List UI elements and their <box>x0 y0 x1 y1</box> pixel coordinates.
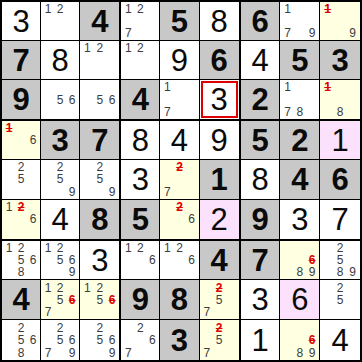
digit-given: 7 <box>91 125 108 156</box>
cell-r7c6[interactable]: 4 <box>200 241 239 281</box>
cell-r4c1[interactable]: 16 <box>2 121 41 160</box>
pencil-marks: 259 <box>81 161 118 197</box>
candidate-2: 2 <box>54 3 66 15</box>
cell-r6c3[interactable]: 8 <box>80 200 119 239</box>
pencil-marks: 12568 <box>3 242 39 279</box>
sudoku-board: 3124781295656127581296417361791945321781… <box>0 0 362 362</box>
candidate-5: 5 <box>54 254 66 266</box>
candidate-1: 1 <box>81 281 93 293</box>
candidate-8: 8 <box>334 106 347 118</box>
candidate-9: 9 <box>346 27 359 39</box>
cell-r3c4[interactable]: 4 <box>121 80 160 119</box>
pencil-marks: 25 <box>3 161 39 197</box>
eliminated-candidate-2: 2 <box>173 201 185 213</box>
candidate-7: 7 <box>201 306 213 318</box>
cell-r1c5[interactable]: 5 <box>160 2 199 41</box>
pencil-marks: 257 <box>201 321 238 359</box>
eliminated-candidate-6: 6 <box>106 294 118 306</box>
digit-solved: 1 <box>251 325 268 356</box>
cell-r2c6[interactable]: 6 <box>200 41 239 80</box>
digit-solved: 8 <box>52 45 69 76</box>
pencil-marks: 12 <box>81 42 118 78</box>
pencil-marks: 27 <box>161 161 197 197</box>
cell-r9c5[interactable]: 3 <box>160 320 199 360</box>
cell-r3c5[interactable]: 17 <box>160 80 199 119</box>
digit-solved: 4 <box>251 45 268 76</box>
cell-r8c4[interactable]: 9 <box>121 280 160 320</box>
cell-r1c2[interactable]: 12 <box>41 2 80 41</box>
candidate-6: 6 <box>146 254 158 266</box>
cell-r5c5[interactable]: 27 <box>160 160 199 199</box>
pencil-marks: 12 <box>42 3 78 39</box>
cell-r7c8[interactable]: 689 <box>280 241 320 281</box>
box-8: 1261264982572673257 <box>121 241 240 360</box>
cell-r7c9[interactable]: 2589 <box>320 241 360 281</box>
digit-solved: 3 <box>12 6 29 37</box>
candidate-6: 6 <box>27 334 39 347</box>
pencil-marks: 12569 <box>42 242 78 279</box>
candidate-5: 5 <box>213 294 225 306</box>
candidate-1: 1 <box>161 242 173 254</box>
pencil-marks: 12567 <box>42 281 78 318</box>
pencil-marks: 126 <box>3 201 39 238</box>
cell-r8c9[interactable]: 25 <box>320 280 360 320</box>
cell-r4c2[interactable]: 3 <box>41 121 80 160</box>
cell-r1c4[interactable]: 127 <box>121 2 160 41</box>
candidate-6: 6 <box>106 94 118 106</box>
candidate-2: 2 <box>173 242 185 254</box>
digit-solved: 3 <box>91 245 108 276</box>
digit-given: 5 <box>132 204 149 235</box>
cell-r5c4[interactable]: 3 <box>121 160 160 199</box>
candidate-6: 6 <box>27 134 39 146</box>
eliminated-candidate-2: 2 <box>15 201 27 213</box>
cell-r7c1[interactable]: 12568 <box>2 241 41 281</box>
digit-given: 8 <box>91 204 108 235</box>
cell-r2c4[interactable]: 12 <box>121 41 160 80</box>
candidate-7: 7 <box>42 346 54 359</box>
cell-r9c1[interactable]: 2568 <box>2 320 41 360</box>
pencil-marks: 16 <box>3 122 39 158</box>
digit-given: 9 <box>132 284 149 315</box>
cell-r1c9[interactable]: 19 <box>320 2 360 41</box>
candidate-6: 6 <box>27 213 39 225</box>
pencil-marks: 17 <box>161 81 197 118</box>
pencil-marks: 2568 <box>3 321 39 359</box>
pencil-marks: 56 <box>42 81 78 118</box>
digit-solved: 9 <box>171 45 188 76</box>
candidate-9: 9 <box>66 266 78 278</box>
candidate-9: 9 <box>306 27 318 39</box>
cell-r7c3[interactable]: 3 <box>80 241 119 281</box>
candidate-1: 1 <box>3 242 15 254</box>
box-9: 76892589362516894 <box>241 241 360 360</box>
candidate-1: 1 <box>122 42 134 54</box>
candidate-6: 6 <box>146 334 158 347</box>
digit-given: 4 <box>91 6 108 37</box>
cell-r2c2[interactable]: 8 <box>41 41 80 80</box>
pencil-marks: 127 <box>122 3 158 39</box>
cell-r5c2[interactable]: 259 <box>41 160 80 199</box>
eliminated-candidate-2: 2 <box>173 161 185 173</box>
candidate-5: 5 <box>54 294 66 306</box>
digit-given: 5 <box>251 125 268 156</box>
candidate-2: 2 <box>134 3 146 15</box>
candidate-8: 8 <box>334 266 347 278</box>
candidate-5: 5 <box>54 94 66 106</box>
candidate-8: 8 <box>15 266 27 278</box>
candidate-2: 2 <box>134 242 146 254</box>
pencil-marks: 689 <box>281 321 318 359</box>
digit-given: 3 <box>331 45 348 76</box>
cell-r8c8[interactable]: 6 <box>280 280 320 320</box>
cell-r8c7[interactable]: 3 <box>241 280 281 320</box>
candidate-7: 7 <box>161 186 173 198</box>
digit-solved: 3 <box>291 204 308 235</box>
candidate-2: 2 <box>94 42 106 54</box>
digit-given: 1 <box>210 164 227 195</box>
digit-given: 3 <box>52 125 69 156</box>
candidate-5: 5 <box>334 294 347 306</box>
digit-solved: 1 <box>331 125 348 156</box>
cell-r3c2[interactable]: 56 <box>41 80 80 119</box>
candidate-2: 2 <box>15 321 27 334</box>
candidate-6: 6 <box>106 334 118 347</box>
cell-r3c3[interactable]: 56 <box>80 80 119 119</box>
candidate-1: 1 <box>281 81 293 93</box>
pencil-marks: 178 <box>281 81 318 118</box>
eliminated-candidate-6: 6 <box>306 334 318 347</box>
cell-r9c3[interactable]: 2569 <box>80 320 119 360</box>
candidate-2: 2 <box>334 281 347 293</box>
candidate-1: 1 <box>42 242 54 254</box>
cell-r9c2[interactable]: 25679 <box>41 320 80 360</box>
cell-r8c1[interactable]: 4 <box>2 280 41 320</box>
cell-r7c2[interactable]: 12569 <box>41 241 80 281</box>
candidate-8: 8 <box>294 266 306 278</box>
candidate-7: 7 <box>201 346 213 359</box>
cell-r6c1[interactable]: 126 <box>2 200 41 239</box>
eliminated-candidate-6: 6 <box>66 294 78 306</box>
cell-r5c9[interactable]: 6 <box>320 160 360 199</box>
candidate-5: 5 <box>94 294 106 306</box>
candidate-8: 8 <box>15 346 27 359</box>
candidate-9: 9 <box>66 346 78 359</box>
digit-solved: 8 <box>251 164 268 195</box>
pencil-marks: 18 <box>321 81 359 118</box>
cell-r8c2[interactable]: 12567 <box>41 280 80 320</box>
candidate-1: 1 <box>122 242 134 254</box>
cell-r1c3[interactable]: 4 <box>80 2 119 41</box>
pencil-marks: 26 <box>161 201 197 238</box>
digit-given: 9 <box>251 204 268 235</box>
pencil-marks: 19 <box>321 3 359 39</box>
cell-r2c9[interactable]: 3 <box>320 41 360 80</box>
digit-given: 4 <box>132 84 149 115</box>
cell-r7c4[interactable]: 126 <box>121 241 160 281</box>
digit-solved: 6 <box>291 284 308 315</box>
cell-r1c7[interactable]: 6 <box>241 2 281 41</box>
candidate-5: 5 <box>54 334 66 347</box>
digit-given: 2 <box>251 84 268 115</box>
digit-solved: 9 <box>210 125 227 156</box>
candidate-2: 2 <box>134 42 146 54</box>
pencil-marks: 1256 <box>81 281 118 318</box>
candidate-1: 1 <box>42 3 54 15</box>
candidate-6: 6 <box>186 213 198 225</box>
eliminated-candidate-1: 1 <box>321 3 334 15</box>
candidate-2: 2 <box>54 321 66 334</box>
candidate-7: 7 <box>161 106 173 118</box>
cell-r1c6[interactable]: 8 <box>200 2 239 41</box>
cell-r5c6[interactable]: 1 <box>200 160 239 199</box>
pencil-marks: 259 <box>42 161 78 197</box>
cell-r8c3[interactable]: 1256 <box>80 280 119 320</box>
candidate-5: 5 <box>213 334 225 347</box>
cell-r8c6[interactable]: 257 <box>200 280 239 320</box>
pencil-marks: 2589 <box>321 242 359 279</box>
eliminated-candidate-2: 2 <box>213 281 225 293</box>
pencil-marks: 25 <box>321 281 359 318</box>
candidate-5: 5 <box>54 173 66 185</box>
cell-r5c3[interactable]: 259 <box>80 160 119 199</box>
candidate-2: 2 <box>134 321 146 334</box>
box-6: 521846937 <box>241 121 360 240</box>
candidate-5: 5 <box>94 94 106 106</box>
candidate-1: 1 <box>161 81 173 93</box>
digit-given: 6 <box>251 6 268 37</box>
candidate-8: 8 <box>294 106 306 118</box>
box-2: 1275812964173 <box>121 2 240 121</box>
candidate-5: 5 <box>94 334 106 347</box>
cell-r2c3[interactable]: 12 <box>80 41 119 80</box>
candidate-5: 5 <box>15 173 27 185</box>
digit-solved: 4 <box>52 204 69 235</box>
digit-given: 6 <box>210 45 227 76</box>
box-3: 617919453217818 <box>241 2 360 121</box>
digit-solved: 8 <box>210 6 227 37</box>
eliminated-candidate-1: 1 <box>321 81 334 93</box>
cell-r4c3[interactable]: 7 <box>80 121 119 160</box>
candidate-5: 5 <box>15 334 27 347</box>
cell-r5c1[interactable]: 25 <box>2 160 41 199</box>
candidate-2: 2 <box>94 321 106 334</box>
box-7: 1256812569341256712562568256792569 <box>2 241 121 360</box>
digit-solved: 2 <box>210 204 227 235</box>
cell-r5c7[interactable]: 8 <box>241 160 281 199</box>
cell-r3c6[interactable]: 3 <box>200 80 239 119</box>
digit-given: 5 <box>291 45 308 76</box>
candidate-9: 9 <box>106 186 118 198</box>
cell-r6c9[interactable]: 7 <box>320 200 360 239</box>
cell-r2c1[interactable]: 7 <box>2 41 41 80</box>
candidate-6: 6 <box>186 254 198 266</box>
digit-solved: 4 <box>331 325 348 356</box>
candidate-7: 7 <box>281 27 293 39</box>
cell-r9c6[interactable]: 257 <box>200 320 239 360</box>
eliminated-candidate-1: 1 <box>3 122 15 134</box>
digit-given: 7 <box>251 245 268 276</box>
candidate-2: 2 <box>54 281 66 293</box>
candidate-9: 9 <box>306 346 318 359</box>
candidate-6: 6 <box>27 254 39 266</box>
cell-r5c8[interactable]: 4 <box>280 160 320 199</box>
cell-r6c5[interactable]: 26 <box>160 200 199 239</box>
pencil-marks: 126 <box>122 242 158 279</box>
cell-r8c5[interactable]: 8 <box>160 280 199 320</box>
cell-r4c8[interactable]: 2 <box>280 121 320 160</box>
candidate-1: 1 <box>42 281 54 293</box>
digit-given: 2 <box>291 125 308 156</box>
cell-r3c1[interactable]: 9 <box>2 80 41 119</box>
cell-r1c8[interactable]: 179 <box>280 2 320 41</box>
cell-r7c5[interactable]: 126 <box>160 241 199 281</box>
digit-solved: 8 <box>132 125 149 156</box>
candidate-6: 6 <box>66 334 78 347</box>
digit-given: 6 <box>331 164 348 195</box>
candidate-9: 9 <box>306 266 318 278</box>
candidate-7: 7 <box>122 346 134 359</box>
pencil-marks: 12 <box>122 42 158 78</box>
digit-given: 3 <box>171 325 188 356</box>
pencil-marks: 179 <box>281 3 318 39</box>
candidate-9: 9 <box>66 186 78 198</box>
cell-r9c8[interactable]: 689 <box>280 320 320 360</box>
cell-r9c9[interactable]: 4 <box>320 320 360 360</box>
digit-given: 5 <box>171 6 188 37</box>
candidate-1: 1 <box>122 3 134 15</box>
cell-r2c7[interactable]: 4 <box>241 41 281 80</box>
cell-r4c9[interactable]: 1 <box>320 121 360 160</box>
digit-solved: 3 <box>251 284 268 315</box>
box-1: 3124781295656 <box>2 2 121 121</box>
cell-r4c4[interactable]: 8 <box>121 121 160 160</box>
pencil-marks: 689 <box>281 242 318 279</box>
box-5: 84932715262 <box>121 121 240 240</box>
cell-r4c5[interactable]: 4 <box>160 121 199 160</box>
candidate-7: 7 <box>122 27 134 39</box>
digit-solved: 4 <box>171 125 188 156</box>
cell-r3c7[interactable]: 2 <box>241 80 281 119</box>
cell-r9c4[interactable]: 267 <box>121 320 160 360</box>
digit-given: 4 <box>291 164 308 195</box>
pencil-marks: 2569 <box>81 321 118 359</box>
cell-r2c8[interactable]: 5 <box>280 41 320 80</box>
cell-r9c7[interactable]: 1 <box>241 320 281 360</box>
digit-solved: 3 <box>132 164 149 195</box>
digit-given: 7 <box>12 45 29 76</box>
pencil-marks: 25679 <box>42 321 78 359</box>
cell-r3c8[interactable]: 178 <box>280 80 320 119</box>
cell-r6c4[interactable]: 5 <box>121 200 160 239</box>
cell-r2c5[interactable]: 9 <box>160 41 199 80</box>
cell-r6c6[interactable]: 2 <box>200 200 239 239</box>
candidate-9: 9 <box>346 266 359 278</box>
candidate-8: 8 <box>294 346 306 359</box>
candidate-1: 1 <box>81 42 93 54</box>
candidate-9: 9 <box>106 346 118 359</box>
cell-r7c7[interactable]: 7 <box>241 241 281 281</box>
cell-r6c7[interactable]: 9 <box>241 200 281 239</box>
digit-given: 9 <box>12 84 29 115</box>
pencil-marks: 56 <box>81 81 118 118</box>
cell-r6c2[interactable]: 4 <box>41 200 80 239</box>
digit-solved: 3 <box>210 84 227 115</box>
cell-r3c9[interactable]: 18 <box>320 80 360 119</box>
cell-r4c7[interactable]: 5 <box>241 121 281 160</box>
cell-r4c6[interactable]: 9 <box>200 121 239 160</box>
cell-r1c1[interactable]: 3 <box>2 2 41 41</box>
candidate-5: 5 <box>94 173 106 185</box>
pencil-marks: 126 <box>161 242 197 279</box>
candidate-2: 2 <box>94 281 106 293</box>
box-4: 16372525925912648 <box>2 121 121 240</box>
digit-given: 8 <box>171 284 188 315</box>
digit-given: 4 <box>210 245 227 276</box>
digit-given: 4 <box>12 284 29 315</box>
digit-solved: 7 <box>331 204 348 235</box>
candidate-7: 7 <box>281 106 293 118</box>
cell-r6c8[interactable]: 3 <box>280 200 320 239</box>
eliminated-candidate-2: 2 <box>213 321 225 334</box>
pencil-marks: 267 <box>122 321 158 359</box>
candidate-6: 6 <box>66 94 78 106</box>
pencil-marks: 257 <box>201 281 238 318</box>
candidate-1: 1 <box>3 201 15 213</box>
candidate-7: 7 <box>42 306 54 318</box>
candidate-1: 1 <box>281 3 293 15</box>
